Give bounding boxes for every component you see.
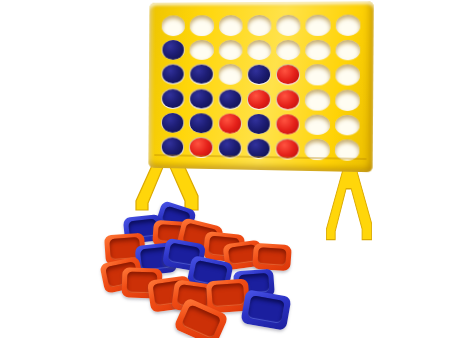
chip-recess [181,304,222,338]
product-photo [0,0,450,338]
red-square-chip[interactable] [252,243,292,272]
chip-recess [257,247,286,267]
chip-recess [212,283,245,307]
loose-chips-layer [0,0,450,338]
blue-square-chip[interactable] [240,289,291,330]
chip-recess [247,295,285,324]
